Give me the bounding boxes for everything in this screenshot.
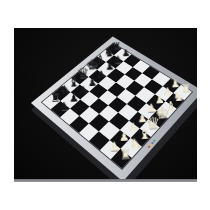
table-edge-highlight — [14, 179, 197, 182]
chess-board: ♜♞♝♛♚♝♞♜♟♟♟♟♟♟♟♟♟♟♟♟♟♟♟♟♜♞♝♛♚♝♞♜ ···· — [31, 36, 197, 181]
logo-dot — [153, 139, 156, 142]
board-grid: ♜♞♝♛♚♝♞♜♟♟♟♟♟♟♟♟♟♟♟♟♟♟♟♟♜♞♝♛♚♝♞♜ — [42, 43, 192, 168]
piece-white-rook: ♜ — [181, 83, 192, 95]
product-photo-backdrop: ♜♞♝♛♚♝♞♜♟♟♟♟♟♟♟♟♟♟♟♟♟♟♟♟♜♞♝♛♚♝♞♜ ···· — [14, 28, 197, 182]
